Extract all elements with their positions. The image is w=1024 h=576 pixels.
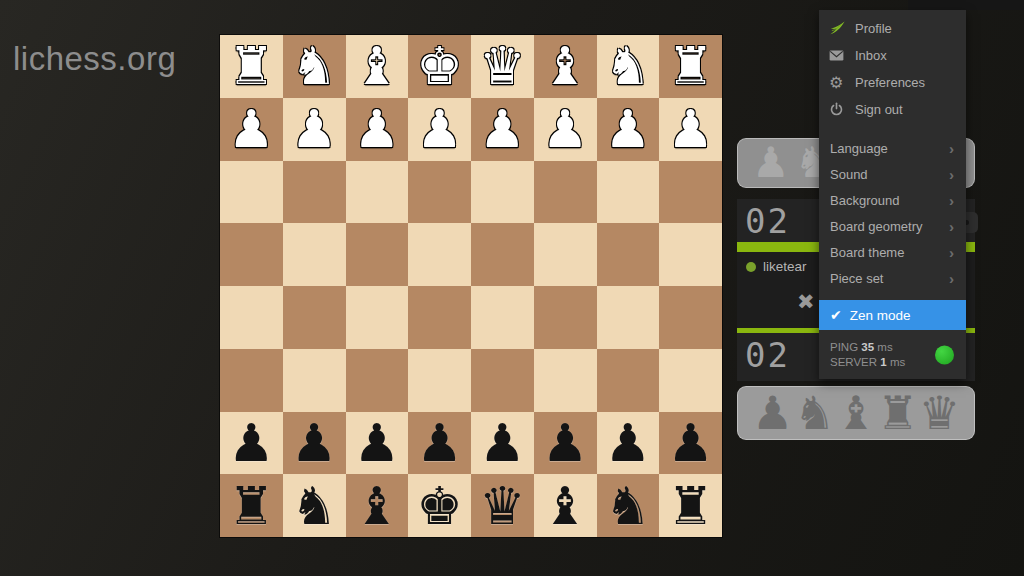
- piece-white-pawn[interactable]: ♟: [228, 103, 275, 155]
- piece-white-queen[interactable]: ♛: [479, 40, 526, 92]
- square-h7[interactable]: ♟: [220, 412, 283, 475]
- menu-item-preferences[interactable]: ⚙Preferences: [819, 69, 966, 96]
- square-b1[interactable]: ♞: [597, 35, 660, 98]
- piece-black-pawn[interactable]: ♟: [667, 417, 714, 469]
- square-h4[interactable]: [220, 223, 283, 286]
- piece-black-rook[interactable]: ♜: [667, 480, 714, 532]
- square-g7[interactable]: ♟: [283, 412, 346, 475]
- piece-black-knight[interactable]: ♞: [605, 480, 652, 532]
- online-status-icon: [746, 262, 756, 272]
- square-g2[interactable]: ♟: [283, 98, 346, 161]
- settings-dropdown-menu: ProfileInbox⚙PreferencesSign out Languag…: [819, 10, 966, 379]
- menu-item-zen-mode[interactable]: ✔ Zen mode: [819, 300, 966, 330]
- menu-item-label: Background: [830, 193, 899, 208]
- menu-item-label: Language: [830, 141, 888, 156]
- square-h5[interactable]: [220, 286, 283, 349]
- square-c3[interactable]: [534, 161, 597, 224]
- ping-value: 35: [861, 341, 874, 353]
- square-b4[interactable]: [597, 223, 660, 286]
- tray-piece-pawn: ♟: [752, 142, 790, 184]
- square-e6[interactable]: [408, 349, 471, 412]
- square-a7[interactable]: ♟: [659, 412, 722, 475]
- square-h6[interactable]: [220, 349, 283, 412]
- square-e3[interactable]: [408, 161, 471, 224]
- menu-item-sound[interactable]: Sound›: [819, 161, 966, 187]
- square-f3[interactable]: [346, 161, 409, 224]
- piece-black-pawn[interactable]: ♟: [542, 417, 589, 469]
- piece-white-bishop[interactable]: ♝: [354, 40, 401, 92]
- square-f5[interactable]: [346, 286, 409, 349]
- piece-black-queen[interactable]: ♛: [479, 480, 526, 532]
- tray-piece-pawn: ♟: [752, 390, 793, 436]
- page: lichess.org ♜♞♝♚♛♝♞♜♟♟♟♟♟♟♟♟♟♟♟♟♟♟♟♟♜♞♝♚…: [0, 0, 1024, 576]
- square-f4[interactable]: [346, 223, 409, 286]
- piece-black-pawn[interactable]: ♟: [479, 417, 526, 469]
- square-g5[interactable]: [283, 286, 346, 349]
- piece-black-pawn[interactable]: ♟: [354, 417, 401, 469]
- piece-white-knight[interactable]: ♞: [291, 40, 338, 92]
- square-b2[interactable]: ♟: [597, 98, 660, 161]
- player-name: liketear: [763, 259, 807, 274]
- square-d8[interactable]: ♛: [471, 474, 534, 537]
- gear-icon: ⚙: [829, 75, 849, 91]
- square-e7[interactable]: ♟: [408, 412, 471, 475]
- square-f2[interactable]: ♟: [346, 98, 409, 161]
- chevron-right-icon: ›: [949, 271, 954, 286]
- piece-white-pawn[interactable]: ♟: [479, 103, 526, 155]
- menu-item-piece-set[interactable]: Piece set›: [819, 265, 966, 291]
- square-e8[interactable]: ♚: [408, 474, 471, 537]
- menu-account-section: ProfileInbox⚙PreferencesSign out: [819, 10, 966, 123]
- chevron-right-icon: ›: [949, 219, 954, 234]
- menu-item-background[interactable]: Background›: [819, 187, 966, 213]
- square-c4[interactable]: [534, 223, 597, 286]
- chevron-right-icon: ›: [949, 245, 954, 260]
- piece-black-king[interactable]: ♚: [416, 480, 463, 532]
- square-c2[interactable]: ♟: [534, 98, 597, 161]
- zen-mode-label: Zen mode: [850, 308, 911, 323]
- power-icon: [829, 102, 849, 117]
- piece-black-knight[interactable]: ♞: [291, 480, 338, 532]
- captured-pieces-tray-black: ♟♞♝♜♛: [737, 386, 975, 440]
- menu-item-label: Sound: [830, 167, 868, 182]
- square-e1[interactable]: ♚: [408, 35, 471, 98]
- square-a4[interactable]: [659, 223, 722, 286]
- piece-white-pawn[interactable]: ♟: [291, 103, 338, 155]
- menu-item-board-geometry[interactable]: Board geometry›: [819, 213, 966, 239]
- menu-item-label: Profile: [855, 21, 892, 36]
- square-g3[interactable]: [283, 161, 346, 224]
- square-e5[interactable]: [408, 286, 471, 349]
- menu-item-label: Board theme: [830, 245, 904, 260]
- square-a3[interactable]: [659, 161, 722, 224]
- menu-item-board-theme[interactable]: Board theme›: [819, 239, 966, 265]
- square-a1[interactable]: ♜: [659, 35, 722, 98]
- lichess-wing-icon: [829, 20, 849, 37]
- square-g8[interactable]: ♞: [283, 474, 346, 537]
- chevron-right-icon: ›: [949, 193, 954, 208]
- server-value: 1: [880, 356, 886, 368]
- square-d5[interactable]: [471, 286, 534, 349]
- square-d7[interactable]: ♟: [471, 412, 534, 475]
- square-f1[interactable]: ♝: [346, 35, 409, 98]
- square-b6[interactable]: [597, 349, 660, 412]
- piece-white-knight[interactable]: ♞: [605, 40, 652, 92]
- topbar-strip: [908, 0, 1024, 10]
- square-f6[interactable]: [346, 349, 409, 412]
- square-h2[interactable]: ♟: [220, 98, 283, 161]
- square-a8[interactable]: ♜: [659, 474, 722, 537]
- piece-black-pawn[interactable]: ♟: [605, 417, 652, 469]
- menu-item-label: Inbox: [855, 48, 887, 63]
- lichess-logo[interactable]: lichess.org: [13, 40, 176, 78]
- square-e4[interactable]: [408, 223, 471, 286]
- tray-piece-rook: ♜: [877, 390, 918, 436]
- square-h8[interactable]: ♜: [220, 474, 283, 537]
- piece-black-pawn[interactable]: ♟: [291, 417, 338, 469]
- chevron-right-icon: ›: [949, 167, 954, 182]
- square-d4[interactable]: [471, 223, 534, 286]
- square-d3[interactable]: [471, 161, 534, 224]
- square-h3[interactable]: [220, 161, 283, 224]
- square-b7[interactable]: ♟: [597, 412, 660, 475]
- piece-black-bishop[interactable]: ♝: [354, 480, 401, 532]
- piece-white-pawn[interactable]: ♟: [667, 103, 714, 155]
- piece-white-rook[interactable]: ♜: [667, 40, 714, 92]
- tray-piece-queen: ♛: [919, 390, 960, 436]
- square-d2[interactable]: ♟: [471, 98, 534, 161]
- square-c6[interactable]: [534, 349, 597, 412]
- square-d1[interactable]: ♛: [471, 35, 534, 98]
- tray-piece-knight: ♞: [794, 390, 835, 436]
- menu-item-inbox[interactable]: Inbox: [819, 42, 966, 69]
- connection-status-icon: [935, 345, 954, 364]
- square-f8[interactable]: ♝: [346, 474, 409, 537]
- square-h1[interactable]: ♜: [220, 35, 283, 98]
- piece-white-pawn[interactable]: ♟: [416, 103, 463, 155]
- square-b8[interactable]: ♞: [597, 474, 660, 537]
- piece-white-bishop[interactable]: ♝: [542, 40, 589, 92]
- menu-settings-section: Language›Sound›Background›Board geometry…: [819, 135, 966, 291]
- square-d6[interactable]: [471, 349, 534, 412]
- tray-piece-bishop: ♝: [835, 390, 876, 436]
- piece-white-pawn[interactable]: ♟: [605, 103, 652, 155]
- piece-white-rook[interactable]: ♜: [228, 40, 275, 92]
- chess-board: ♜♞♝♚♛♝♞♜♟♟♟♟♟♟♟♟♟♟♟♟♟♟♟♟♜♞♝♚♛♝♞♜: [220, 35, 722, 537]
- square-g4[interactable]: [283, 223, 346, 286]
- menu-item-label: Sign out: [855, 102, 903, 117]
- piece-black-rook[interactable]: ♜: [228, 480, 275, 532]
- menu-item-label: Board geometry: [830, 219, 923, 234]
- network-status: PING 35 ms SERVER 1 ms: [819, 330, 966, 379]
- square-c1[interactable]: ♝: [534, 35, 597, 98]
- piece-white-pawn[interactable]: ♟: [542, 103, 589, 155]
- piece-black-pawn[interactable]: ♟: [228, 417, 275, 469]
- piece-white-pawn[interactable]: ♟: [354, 103, 401, 155]
- menu-item-sign-out[interactable]: Sign out: [819, 96, 966, 123]
- piece-white-king[interactable]: ♚: [416, 40, 463, 92]
- square-c7[interactable]: ♟: [534, 412, 597, 475]
- square-c5[interactable]: [534, 286, 597, 349]
- menu-item-profile[interactable]: Profile: [819, 15, 966, 42]
- piece-black-bishop[interactable]: ♝: [542, 480, 589, 532]
- chevron-right-icon: ›: [949, 141, 954, 156]
- square-e2[interactable]: ♟: [408, 98, 471, 161]
- square-b5[interactable]: [597, 286, 660, 349]
- square-a2[interactable]: ♟: [659, 98, 722, 161]
- check-icon: ✔: [830, 307, 842, 323]
- square-a5[interactable]: [659, 286, 722, 349]
- square-g1[interactable]: ♞: [283, 35, 346, 98]
- piece-black-pawn[interactable]: ♟: [416, 417, 463, 469]
- menu-item-label: Preferences: [855, 75, 925, 90]
- close-icon[interactable]: ✖: [797, 290, 815, 314]
- square-g6[interactable]: [283, 349, 346, 412]
- square-b3[interactable]: [597, 161, 660, 224]
- square-f7[interactable]: ♟: [346, 412, 409, 475]
- envelope-icon: [829, 49, 849, 62]
- menu-item-label: Piece set: [830, 271, 883, 286]
- square-c8[interactable]: ♝: [534, 474, 597, 537]
- menu-item-language[interactable]: Language›: [819, 135, 966, 161]
- square-a6[interactable]: [659, 349, 722, 412]
